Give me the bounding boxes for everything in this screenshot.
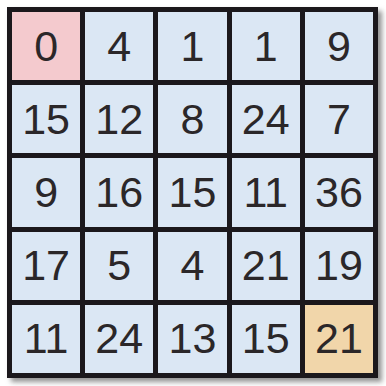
grid-cell[interactable]: 17 <box>12 232 80 300</box>
grid-cell[interactable]: 5 <box>85 232 153 300</box>
grid-cell[interactable]: 11 <box>232 158 300 226</box>
grid-cell[interactable]: 15 <box>232 305 300 373</box>
grid-cell[interactable]: 36 <box>305 158 373 226</box>
grid-cell[interactable]: 24 <box>85 305 153 373</box>
grid-cell[interactable]: 1 <box>232 12 300 80</box>
number-grid-board: 0411915128247916151136175421191124131521 <box>7 7 378 378</box>
grid-cell[interactable]: 4 <box>85 12 153 80</box>
grid-cell[interactable]: 21 <box>232 232 300 300</box>
puzzle-stage: 0411915128247916151136175421191124131521 <box>0 0 386 386</box>
grid-cell[interactable]: 7 <box>305 85 373 153</box>
grid-cell[interactable]: 15 <box>158 158 226 226</box>
grid-cell[interactable]: 19 <box>305 232 373 300</box>
grid-cell[interactable]: 9 <box>305 12 373 80</box>
grid-cell[interactable]: 11 <box>12 305 80 373</box>
grid-cell[interactable]: 12 <box>85 85 153 153</box>
grid-cell[interactable]: 16 <box>85 158 153 226</box>
start-cell[interactable]: 0 <box>12 12 80 80</box>
goal-cell[interactable]: 21 <box>305 305 373 373</box>
grid-cell[interactable]: 8 <box>158 85 226 153</box>
grid-cell[interactable]: 24 <box>232 85 300 153</box>
grid-cell[interactable]: 9 <box>12 158 80 226</box>
grid-cell[interactable]: 1 <box>158 12 226 80</box>
grid-cell[interactable]: 15 <box>12 85 80 153</box>
grid-cell[interactable]: 4 <box>158 232 226 300</box>
grid-cell[interactable]: 13 <box>158 305 226 373</box>
